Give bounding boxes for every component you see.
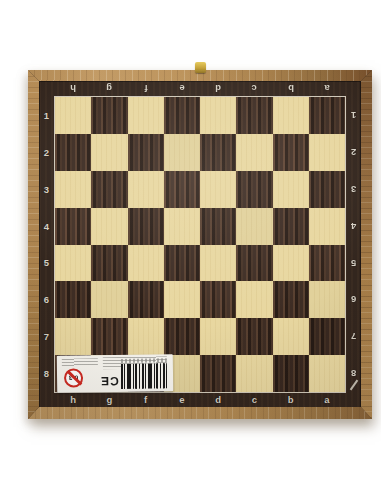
square-e4 bbox=[164, 208, 200, 245]
square-a5 bbox=[309, 245, 345, 282]
rank-label: 8 bbox=[39, 355, 54, 392]
file-label: d bbox=[200, 81, 236, 96]
square-c3 bbox=[236, 171, 272, 208]
coords-top: hgfedcba bbox=[55, 81, 345, 96]
square-d3 bbox=[200, 171, 236, 208]
file-label: g bbox=[91, 81, 127, 96]
square-h4 bbox=[55, 208, 91, 245]
square-a1 bbox=[309, 97, 345, 134]
square-a7 bbox=[309, 318, 345, 355]
square-d6 bbox=[200, 281, 236, 318]
square-g7 bbox=[91, 318, 127, 355]
file-label: c bbox=[236, 392, 272, 407]
square-c2 bbox=[236, 134, 272, 171]
square-d8 bbox=[200, 355, 236, 392]
square-c1 bbox=[236, 97, 272, 134]
square-g3 bbox=[91, 171, 127, 208]
square-h5 bbox=[55, 245, 91, 282]
square-c5 bbox=[236, 245, 272, 282]
rank-label: 4 bbox=[346, 208, 361, 245]
rank-label: 3 bbox=[39, 171, 54, 208]
square-e1 bbox=[164, 97, 200, 134]
square-b2 bbox=[273, 134, 309, 171]
file-label: c bbox=[236, 81, 272, 96]
coords-bottom: hgfedcba bbox=[55, 392, 345, 407]
rank-label: 2 bbox=[346, 134, 361, 171]
square-h3 bbox=[55, 171, 91, 208]
file-label: e bbox=[164, 392, 200, 407]
square-g2 bbox=[91, 134, 127, 171]
square-b1 bbox=[273, 97, 309, 134]
rank-label: 3 bbox=[346, 171, 361, 208]
photo-background: hgfedcba hgfedcba 12345678 12345678 0-3 … bbox=[0, 0, 381, 492]
square-e3 bbox=[164, 171, 200, 208]
rank-label: 6 bbox=[39, 281, 54, 318]
file-label: a bbox=[309, 392, 345, 407]
square-b3 bbox=[273, 171, 309, 208]
rank-label: 5 bbox=[39, 245, 54, 282]
product-sticker: 0-3 CE bbox=[57, 354, 173, 392]
square-a4 bbox=[309, 208, 345, 245]
square-e5 bbox=[164, 245, 200, 282]
square-g1 bbox=[91, 97, 127, 134]
square-b5 bbox=[273, 245, 309, 282]
square-d1 bbox=[200, 97, 236, 134]
rank-label: 5 bbox=[346, 245, 361, 282]
rank-label: 7 bbox=[346, 318, 361, 355]
square-a8 bbox=[309, 355, 345, 392]
sticker-fine-print bbox=[62, 358, 98, 366]
square-h1 bbox=[55, 97, 91, 134]
square-a6 bbox=[309, 281, 345, 318]
file-label: f bbox=[128, 81, 164, 96]
rank-label: 2 bbox=[39, 134, 54, 171]
wooden-frame-bottom bbox=[28, 407, 372, 419]
square-f5 bbox=[128, 245, 164, 282]
square-e6 bbox=[164, 281, 200, 318]
brass-clasp bbox=[195, 62, 206, 73]
wooden-frame-left bbox=[28, 70, 39, 419]
square-g6 bbox=[91, 281, 127, 318]
square-g5 bbox=[91, 245, 127, 282]
rank-label: 1 bbox=[346, 97, 361, 134]
square-b4 bbox=[273, 208, 309, 245]
square-f1 bbox=[128, 97, 164, 134]
square-c6 bbox=[236, 281, 272, 318]
ce-mark: CE bbox=[100, 374, 119, 388]
file-label: e bbox=[164, 81, 200, 96]
barcode-digits bbox=[121, 358, 167, 363]
square-c8 bbox=[236, 355, 272, 392]
square-b6 bbox=[273, 281, 309, 318]
square-c4 bbox=[236, 208, 272, 245]
square-e2 bbox=[164, 134, 200, 171]
square-f3 bbox=[128, 171, 164, 208]
coords-left: 12345678 bbox=[39, 97, 54, 392]
rank-label: 4 bbox=[39, 208, 54, 245]
file-label: g bbox=[91, 392, 127, 407]
square-f6 bbox=[128, 281, 164, 318]
chessboard: hgfedcba hgfedcba 12345678 12345678 0-3 … bbox=[28, 70, 372, 419]
square-f7 bbox=[128, 318, 164, 355]
square-b7 bbox=[273, 318, 309, 355]
square-g4 bbox=[91, 208, 127, 245]
square-a3 bbox=[309, 171, 345, 208]
file-label: a bbox=[309, 81, 345, 96]
square-h2 bbox=[55, 134, 91, 171]
wooden-frame-right bbox=[361, 70, 372, 419]
file-label: d bbox=[200, 392, 236, 407]
age-warning-icon: 0-3 bbox=[64, 368, 83, 387]
rank-label: 6 bbox=[346, 281, 361, 318]
square-d2 bbox=[200, 134, 236, 171]
square-a2 bbox=[309, 134, 345, 171]
file-label: f bbox=[128, 392, 164, 407]
rank-label: 1 bbox=[39, 97, 54, 134]
rank-label: 7 bbox=[39, 318, 54, 355]
file-label: h bbox=[55, 81, 91, 96]
square-d7 bbox=[200, 318, 236, 355]
square-c7 bbox=[236, 318, 272, 355]
play-area bbox=[55, 97, 345, 392]
square-f2 bbox=[128, 134, 164, 171]
barcode-icon bbox=[121, 363, 167, 389]
square-d4 bbox=[200, 208, 236, 245]
file-label: b bbox=[273, 81, 309, 96]
square-d5 bbox=[200, 245, 236, 282]
file-label: h bbox=[55, 392, 91, 407]
square-f4 bbox=[128, 208, 164, 245]
file-label: b bbox=[273, 392, 309, 407]
square-h6 bbox=[55, 281, 91, 318]
square-b8 bbox=[273, 355, 309, 392]
age-warning-text: 0-3 bbox=[66, 370, 81, 385]
square-h7 bbox=[55, 318, 91, 355]
coords-right: 12345678 bbox=[346, 97, 361, 392]
square-e7 bbox=[164, 318, 200, 355]
